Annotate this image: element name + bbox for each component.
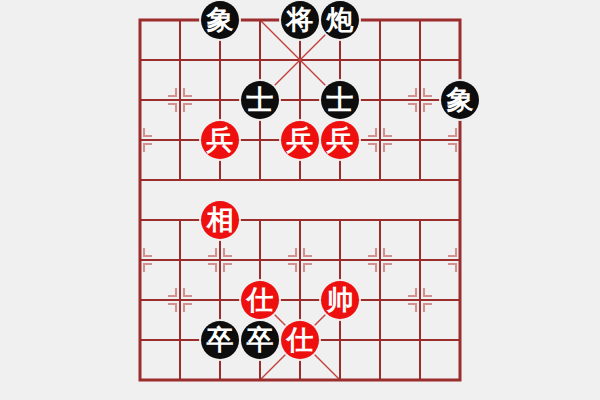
xiangqi-app-canvas: 象将炮士士象兵兵兵相仕帅卒卒仕 <box>0 0 600 400</box>
piece-black-general[interactable]: 将 <box>281 1 319 39</box>
piece-red-soldier[interactable]: 兵 <box>281 121 319 159</box>
piece-red-advisor[interactable]: 仕 <box>241 281 279 319</box>
pieces-layer: 象将炮士士象兵兵兵相仕帅卒卒仕 <box>120 0 480 400</box>
piece-black-elephant[interactable]: 象 <box>201 1 239 39</box>
piece-black-advisor[interactable]: 士 <box>241 81 279 119</box>
piece-red-soldier[interactable]: 兵 <box>321 121 359 159</box>
piece-black-soldier[interactable]: 卒 <box>241 321 279 359</box>
piece-black-cannon[interactable]: 炮 <box>321 1 359 39</box>
piece-black-soldier[interactable]: 卒 <box>201 321 239 359</box>
piece-red-advisor[interactable]: 仕 <box>281 321 319 359</box>
piece-black-elephant[interactable]: 象 <box>441 81 479 119</box>
piece-black-advisor[interactable]: 士 <box>321 81 359 119</box>
piece-red-general[interactable]: 帅 <box>321 281 359 319</box>
piece-red-soldier[interactable]: 兵 <box>201 121 239 159</box>
piece-red-elephant[interactable]: 相 <box>201 201 239 239</box>
